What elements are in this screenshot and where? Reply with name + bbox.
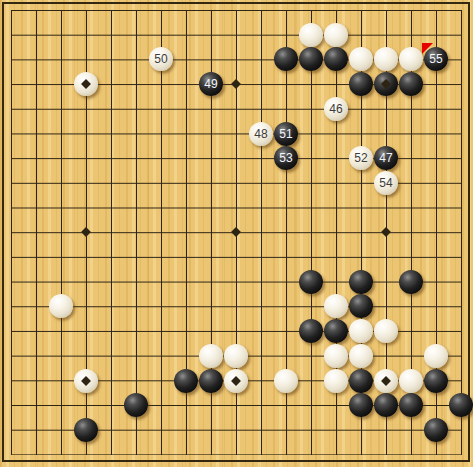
stone-black-move-53[interactable]: 53	[274, 146, 298, 170]
move-number: 52	[349, 146, 373, 170]
stone-black[interactable]	[199, 369, 223, 393]
stone-white[interactable]	[349, 319, 373, 343]
stone-black[interactable]	[399, 393, 423, 417]
move-number: 54	[374, 171, 398, 195]
stone-black-move-47[interactable]: 47	[374, 146, 398, 170]
stone-black[interactable]	[374, 393, 398, 417]
move-number: 53	[274, 146, 298, 170]
stone-black[interactable]	[349, 72, 373, 96]
stone-white-move-48[interactable]: 48	[249, 122, 273, 146]
stone-white[interactable]	[324, 369, 348, 393]
stone-black[interactable]	[299, 319, 323, 343]
stone-black[interactable]	[324, 47, 348, 71]
stone-black-move-49[interactable]: 49	[199, 72, 223, 96]
stone-black[interactable]	[274, 47, 298, 71]
stone-black[interactable]	[349, 294, 373, 318]
move-number: 51	[274, 122, 298, 146]
stone-white[interactable]	[399, 47, 423, 71]
stone-white[interactable]	[49, 294, 73, 318]
move-number: 46	[324, 97, 348, 121]
stone-white[interactable]	[349, 344, 373, 368]
stone-white-move-54[interactable]: 54	[374, 171, 398, 195]
stone-black[interactable]	[124, 393, 148, 417]
stone-black[interactable]	[449, 393, 473, 417]
stone-black-move-51[interactable]: 51	[274, 122, 298, 146]
move-number: 50	[149, 47, 173, 71]
stone-black[interactable]	[74, 418, 98, 442]
stone-black[interactable]	[299, 270, 323, 294]
stone-white-move-52[interactable]: 52	[349, 146, 373, 170]
stone-black[interactable]	[299, 47, 323, 71]
stone-white[interactable]	[199, 344, 223, 368]
stone-white[interactable]	[424, 344, 448, 368]
stone-white[interactable]	[299, 23, 323, 47]
stone-black[interactable]	[349, 393, 373, 417]
move-number: 48	[249, 122, 273, 146]
stone-white-move-50[interactable]: 50	[149, 47, 173, 71]
stone-black[interactable]	[324, 319, 348, 343]
stone-white[interactable]	[374, 47, 398, 71]
stone-black[interactable]	[424, 369, 448, 393]
stone-black[interactable]	[349, 270, 373, 294]
move-number: 49	[199, 72, 223, 96]
stone-white[interactable]	[224, 344, 248, 368]
stone-black[interactable]	[349, 369, 373, 393]
stone-black[interactable]	[399, 270, 423, 294]
stone-black[interactable]	[424, 418, 448, 442]
stone-white[interactable]	[399, 369, 423, 393]
stone-white[interactable]	[324, 23, 348, 47]
stone-black[interactable]	[174, 369, 198, 393]
last-move-triangle-marker	[422, 43, 433, 54]
stone-white[interactable]	[349, 47, 373, 71]
stone-white[interactable]	[374, 319, 398, 343]
stone-black[interactable]	[399, 72, 423, 96]
stone-white[interactable]	[324, 344, 348, 368]
move-number: 47	[374, 146, 398, 170]
stone-white[interactable]	[324, 294, 348, 318]
stone-black-move-55[interactable]: 55	[424, 47, 448, 71]
stone-white-move-46[interactable]: 46	[324, 97, 348, 121]
go-board: 50554946485153524754	[0, 0, 473, 467]
stone-white[interactable]	[274, 369, 298, 393]
